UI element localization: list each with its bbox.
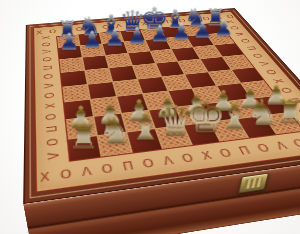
piece-glyph: ♜ xyxy=(59,118,108,154)
piece-glyph: ♟ xyxy=(51,31,87,54)
piece-black-pawn-a7[interactable]: ♟ xyxy=(51,31,87,56)
piece-white-rook-a1[interactable]: ♜ xyxy=(59,118,108,156)
latch-clasp xyxy=(238,173,270,194)
product-photo-scene: Χ Ο Λ Ο Π Ο Λ Ο Χ Ο Π Ο Λ Ο Χ Ο Λ Ο Π Ο … xyxy=(0,0,300,234)
chess-box: Χ Ο Λ Ο Π Ο Λ Ο Χ Ο Π Ο Λ Ο Χ Ο Λ Ο Π Ο … xyxy=(32,49,300,234)
